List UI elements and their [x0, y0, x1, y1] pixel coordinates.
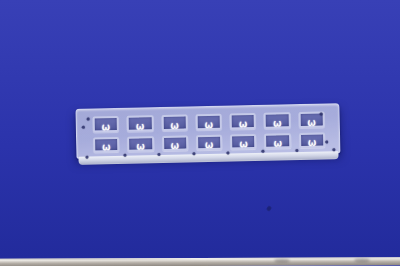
- lens-reflection-highlight: ω: [136, 121, 145, 130]
- dust-speck: [266, 205, 272, 211]
- table-edge-smudge: [274, 259, 290, 263]
- lens-reflection-highlight: ω: [204, 119, 213, 128]
- lens-reflection-highlight: ω: [239, 139, 248, 148]
- lens-cell: ω: [162, 135, 189, 151]
- table-edge-strip: [0, 257, 400, 266]
- lens-cell: ω: [93, 136, 120, 152]
- lens-cell: ω: [127, 136, 154, 152]
- mounting-hole: [82, 126, 85, 129]
- lens-reflection-highlight: ω: [273, 138, 282, 147]
- mounting-hole: [261, 150, 264, 153]
- lens-reflection-highlight: ω: [308, 138, 317, 147]
- mounting-hole: [325, 140, 328, 143]
- lens-reflection-highlight: ω: [136, 141, 145, 150]
- mounting-hole: [87, 118, 90, 121]
- lens-cell: ω: [230, 113, 257, 129]
- lens-cell: ω: [299, 132, 326, 148]
- lens-cell: ω: [93, 116, 120, 132]
- mounting-hole: [123, 154, 126, 157]
- mounting-hole: [192, 152, 195, 155]
- mounting-hole: [157, 153, 160, 156]
- lens-reflection-highlight: ω: [170, 120, 179, 129]
- mounting-hole: [226, 152, 229, 155]
- lens-module: ωωωωωωωωωωωωωω: [75, 103, 340, 165]
- lens-cell: ω: [196, 134, 223, 150]
- lens-cell: ω: [230, 133, 257, 149]
- mounting-hole: [332, 148, 335, 151]
- table-edge-smudge: [354, 258, 370, 262]
- lens-cell: ω: [161, 114, 188, 130]
- lens-reflection-highlight: ω: [205, 140, 214, 149]
- photo-background: ωωωωωωωωωωωωωω: [0, 0, 400, 266]
- lens-grid: ωωωωωωωωωωωωωω: [93, 111, 326, 152]
- lens-cell: ω: [195, 114, 222, 130]
- lens-reflection-highlight: ω: [171, 141, 180, 150]
- mounting-hole: [320, 112, 323, 115]
- lens-reflection-highlight: ω: [307, 117, 316, 126]
- lens-cell: ω: [127, 115, 154, 131]
- lens-reflection-highlight: ω: [239, 119, 248, 128]
- lens-reflection-highlight: ω: [273, 118, 282, 127]
- lens-reflection-highlight: ω: [102, 142, 111, 151]
- mounting-hole: [85, 156, 88, 159]
- mounting-hole: [295, 149, 298, 152]
- lens-reflection-highlight: ω: [102, 122, 111, 131]
- lens-cell: ω: [264, 133, 291, 149]
- lens-cell: ω: [264, 112, 291, 128]
